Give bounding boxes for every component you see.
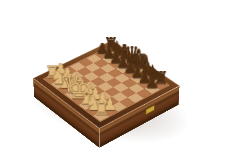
board-square[interactable]: ♟ [144,84,160,93]
board-square[interactable]: ♜ [93,111,109,121]
brass-latch-icon [146,105,155,115]
black-pawn-piece[interactable]: ♟ [137,76,167,89]
white-rook-piece[interactable]: ♜ [85,101,116,116]
scene: ♜♞♝♛♚♝♞♜♟♟♟♟♟♟♟♟♟♟♟♟♟♟♟♟♜♞♝♛♚♝♞♜ [0,0,225,150]
chess-box: ♜♞♝♛♚♝♞♜♟♟♟♟♟♟♟♟♟♟♟♟♟♟♟♟♜♞♝♛♚♝♞♜ [33,40,180,128]
chess-set-photo: ♜♞♝♛♚♝♞♜♟♟♟♟♟♟♟♟♟♟♟♟♟♟♟♟♜♞♝♛♚♝♞♜ [0,0,225,150]
